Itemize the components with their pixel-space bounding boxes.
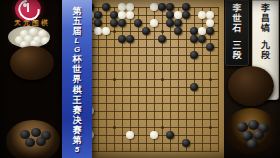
black-stone <box>198 35 206 43</box>
banner-char: 决 <box>73 115 82 125</box>
black-stone <box>206 43 214 51</box>
banner-char: 界 <box>73 74 82 84</box>
white-stone <box>126 11 134 19</box>
tray-black-stone <box>247 139 258 149</box>
lg-logo-nose <box>27 3 29 12</box>
black-stone <box>134 19 142 27</box>
banner-char: 杯 <box>73 54 82 64</box>
black-stone <box>94 11 102 19</box>
white-stone <box>126 131 134 139</box>
black-stone <box>182 139 190 147</box>
star-point <box>161 30 164 33</box>
white-stone-bowl <box>8 26 50 48</box>
white-stone <box>118 3 126 11</box>
star-point <box>161 126 164 129</box>
banner-char: 王 <box>73 95 82 105</box>
banner-char: 赛 <box>73 105 82 115</box>
black-stone <box>206 27 214 35</box>
black-stone <box>102 3 110 11</box>
black-stone <box>174 19 182 27</box>
go-board <box>86 0 224 158</box>
left-panel: 天元围棋 <box>0 0 62 158</box>
black-stone <box>174 27 182 35</box>
black-stone <box>158 3 166 11</box>
banner-char: 届 <box>73 26 82 36</box>
stone-bowl-lid <box>10 46 54 80</box>
black-stone <box>166 11 174 19</box>
white-stone <box>150 131 158 139</box>
star-point <box>161 78 164 81</box>
black-stone <box>110 11 118 19</box>
stone-tray-lid <box>228 66 274 106</box>
star-point <box>209 126 212 129</box>
white-stone <box>126 3 134 11</box>
black-stone <box>110 19 118 27</box>
black-stone <box>190 83 198 91</box>
white-stone <box>94 27 102 35</box>
black-stone <box>182 3 190 11</box>
event-banner: 第五届LG杯世界棋王赛决赛第5 <box>62 0 92 158</box>
black-stone <box>166 3 174 11</box>
white-stone <box>206 19 214 27</box>
black-stone-tray <box>225 108 277 154</box>
white-stone <box>198 27 206 35</box>
white-stone <box>206 11 214 19</box>
star-point <box>113 30 116 33</box>
player-rank-char: 段 <box>233 51 242 61</box>
player-plate-black: 李世石三段 <box>225 0 249 66</box>
banner-char: 五 <box>73 16 82 26</box>
bowl-black-stone <box>31 128 41 137</box>
right-panel: 李世石三段 李昌镐九段 <box>224 0 280 158</box>
black-stone <box>190 35 198 43</box>
white-stone <box>102 27 110 35</box>
black-stone <box>142 27 150 35</box>
banner-char: 赛 <box>73 125 82 135</box>
player-name-char: 石 <box>233 24 242 34</box>
black-stone-bowl <box>6 120 60 158</box>
black-stone <box>118 19 126 27</box>
banner-char: 第 <box>73 135 82 145</box>
banner-char: 棋 <box>73 85 82 95</box>
star-point <box>209 78 212 81</box>
black-stone <box>126 35 134 43</box>
star-point <box>113 126 116 129</box>
black-stone <box>190 27 198 35</box>
player-rank-char: 段 <box>261 51 270 61</box>
banner-char: L <box>75 36 80 45</box>
white-stone <box>198 11 206 19</box>
player-name-char: 镐 <box>261 24 270 34</box>
black-stone <box>94 19 102 27</box>
black-stone <box>182 11 190 19</box>
black-stone <box>190 51 198 59</box>
bowl-black-stone <box>25 138 35 147</box>
white-stone <box>150 3 158 11</box>
star-point <box>113 78 116 81</box>
black-stone <box>158 35 166 43</box>
white-stone <box>118 11 126 19</box>
black-stone <box>166 131 174 139</box>
banner-char: G <box>74 45 80 54</box>
black-stone <box>166 19 174 27</box>
white-stone <box>150 19 158 27</box>
banner-char: 世 <box>73 64 82 74</box>
banner-char: 5 <box>75 145 79 154</box>
banner-char: 第 <box>73 6 82 16</box>
bowl-black-stone <box>36 137 46 146</box>
bowl-white-stone <box>41 37 50 45</box>
white-stone <box>174 11 182 19</box>
tv-frame: 天元围棋 第五届LG杯世界棋王赛决赛第5 李世石三段 李昌镐九段 <box>0 0 280 158</box>
black-stone <box>118 35 126 43</box>
